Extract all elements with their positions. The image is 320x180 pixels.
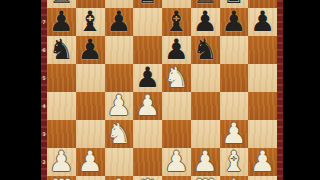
piece-white-king-g1: ♚ <box>221 176 246 180</box>
piece-black-knight-a6: ♞ <box>49 36 74 64</box>
rank-labels: 87654321 <box>41 0 47 180</box>
square-c6 <box>105 36 134 64</box>
square-c1: ♝ <box>105 176 134 180</box>
square-d8: ♛ <box>133 0 162 8</box>
square-b1 <box>76 176 105 180</box>
square-g1: ♚ <box>220 176 249 180</box>
square-f3 <box>191 120 220 148</box>
piece-white-bishop-g2: ♝ <box>221 148 246 176</box>
piece-white-pawn-a2: ♟ <box>49 148 74 176</box>
square-g5 <box>220 64 249 92</box>
piece-black-knight-f6: ♞ <box>193 36 218 64</box>
piece-black-bishop-e7: ♝ <box>164 8 189 36</box>
square-a5 <box>47 64 76 92</box>
square-f4 <box>191 92 220 120</box>
square-b5 <box>76 64 105 92</box>
piece-white-pawn-c4: ♟ <box>106 92 131 120</box>
piece-black-pawn-e6: ♟ <box>164 36 189 64</box>
square-b7: ♝ <box>76 8 105 36</box>
square-g2: ♝ <box>220 148 249 176</box>
square-e5: ♞ <box>162 64 191 92</box>
square-a6: ♞ <box>47 36 76 64</box>
square-b6: ♟ <box>76 36 105 64</box>
piece-white-pawn-f2: ♟ <box>193 148 218 176</box>
square-g6 <box>220 36 249 64</box>
board-frame-right <box>277 0 283 180</box>
square-g3: ♟ <box>220 120 249 148</box>
square-h6 <box>248 36 277 64</box>
piece-white-pawn-g3: ♟ <box>221 120 246 148</box>
rank-label-5: 5 <box>41 64 47 92</box>
square-f5 <box>191 64 220 92</box>
piece-black-pawn-d5: ♟ <box>135 64 160 92</box>
piece-white-knight-e5: ♞ <box>164 64 189 92</box>
piece-black-pawn-h7: ♟ <box>250 8 275 36</box>
square-a4 <box>47 92 76 120</box>
square-d4: ♟ <box>133 92 162 120</box>
square-d2 <box>133 148 162 176</box>
square-c3: ♞ <box>105 120 134 148</box>
piece-black-pawn-c7: ♟ <box>106 8 131 36</box>
square-c7: ♟ <box>105 8 134 36</box>
rank-label-8: 8 <box>41 0 47 8</box>
square-f2: ♟ <box>191 148 220 176</box>
square-a2: ♟ <box>47 148 76 176</box>
square-a7: ♟ <box>47 8 76 36</box>
square-f7: ♟ <box>191 8 220 36</box>
square-a3 <box>47 120 76 148</box>
rank-label-3: 3 <box>41 120 47 148</box>
piece-white-pawn-h2: ♟ <box>250 148 275 176</box>
piece-white-rook-f1: ♜ <box>193 176 218 180</box>
square-h3 <box>248 120 277 148</box>
square-d1: ♛ <box>133 176 162 180</box>
piece-white-pawn-d4: ♟ <box>135 92 160 120</box>
square-c4: ♟ <box>105 92 134 120</box>
square-b2: ♟ <box>76 148 105 176</box>
square-b3 <box>76 120 105 148</box>
piece-white-rook-a1: ♜ <box>49 176 74 180</box>
piece-white-bishop-c1: ♝ <box>106 176 131 180</box>
square-d7 <box>133 8 162 36</box>
square-e6: ♟ <box>162 36 191 64</box>
square-g4 <box>220 92 249 120</box>
rank-label-4: 4 <box>41 92 47 120</box>
square-d6 <box>133 36 162 64</box>
square-a1: ♜ <box>47 176 76 180</box>
piece-black-queen-d8: ♛ <box>135 0 160 8</box>
square-h2: ♟ <box>248 148 277 176</box>
square-c2 <box>105 148 134 176</box>
square-h5 <box>248 64 277 92</box>
rank-label-6: 6 <box>41 36 47 64</box>
piece-white-knight-c3: ♞ <box>106 120 131 148</box>
letterboxed-chess-frame: ♜♛♜♚♟♝♟♝♟♟♟♞♟♟♞♟♞♟♟♞♟♟♟♟♟♝♟♜♝♛♜♚ 8765432… <box>0 0 320 180</box>
rank-label-2: 2 <box>41 148 47 176</box>
chessboard: ♜♛♜♚♟♝♟♝♟♟♟♞♟♟♞♟♞♟♟♞♟♟♟♟♟♝♟♜♝♛♜♚ <box>47 0 277 180</box>
piece-black-pawn-b6: ♟ <box>78 36 103 64</box>
piece-white-queen-d1: ♛ <box>135 176 160 180</box>
square-h4 <box>248 92 277 120</box>
piece-black-bishop-b7: ♝ <box>78 8 103 36</box>
square-b4 <box>76 92 105 120</box>
piece-white-pawn-e2: ♟ <box>164 148 189 176</box>
square-e4 <box>162 92 191 120</box>
square-d5: ♟ <box>133 64 162 92</box>
square-e7: ♝ <box>162 8 191 36</box>
piece-black-pawn-g7: ♟ <box>221 8 246 36</box>
rank-label-7: 7 <box>41 8 47 36</box>
piece-black-pawn-a7: ♟ <box>49 8 74 36</box>
square-f6: ♞ <box>191 36 220 64</box>
square-c5 <box>105 64 134 92</box>
square-e2: ♟ <box>162 148 191 176</box>
square-e1 <box>162 176 191 180</box>
square-f1: ♜ <box>191 176 220 180</box>
square-h7: ♟ <box>248 8 277 36</box>
square-e3 <box>162 120 191 148</box>
piece-black-pawn-f7: ♟ <box>193 8 218 36</box>
square-h1 <box>248 176 277 180</box>
square-d3 <box>133 120 162 148</box>
piece-white-pawn-b2: ♟ <box>78 148 103 176</box>
rank-label-1: 1 <box>41 176 47 180</box>
square-g7: ♟ <box>220 8 249 36</box>
